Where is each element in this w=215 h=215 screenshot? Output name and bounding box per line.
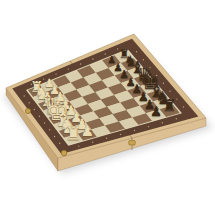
- border-coordinate-mark: [59, 143, 60, 144]
- piece-black-pawn[interactable]: ♟: [150, 105, 162, 119]
- border-coordinate-mark: [120, 134, 121, 135]
- hinge: [61, 150, 67, 156]
- border-coordinate-mark: [105, 53, 106, 54]
- border-coordinate-mark: [39, 116, 40, 117]
- border-coordinate-mark: [24, 95, 25, 96]
- chessboard: [0, 0, 215, 215]
- border-coordinate-mark: [80, 63, 81, 64]
- border-coordinate-mark: [162, 122, 163, 123]
- hinge-knob: [25, 108, 30, 113]
- border-coordinate-mark: [34, 109, 35, 110]
- border-coordinate-mark: [44, 122, 45, 123]
- piece-white-rook[interactable]: ♜: [65, 125, 82, 144]
- border-coordinate-mark: [49, 129, 50, 130]
- piece-white-pawn[interactable]: ♟: [81, 124, 94, 139]
- border-coordinate-mark: [92, 58, 93, 59]
- border-coordinate-mark: [78, 145, 79, 146]
- border-coordinate-mark: [54, 136, 55, 137]
- clasp: [129, 141, 135, 146]
- border-coordinate-mark: [134, 130, 135, 131]
- border-coordinate-mark: [68, 68, 69, 69]
- piece-black-rook[interactable]: ♜: [162, 98, 177, 115]
- border-coordinate-mark: [176, 118, 177, 119]
- border-coordinate-mark: [55, 73, 56, 74]
- border-coordinate-mark: [29, 102, 30, 103]
- border-coordinate-mark: [92, 142, 93, 143]
- border-coordinate-mark: [148, 126, 149, 127]
- chess-set-photo: ♜♟♞♟♝♟♛♟♟♚♜♟♟♝♞♟♟♞♝♟♟♜♛♟♟♚♟♝♟♞♟♜: [0, 0, 215, 215]
- border-coordinate-mark: [183, 106, 184, 107]
- border-coordinate-mark: [106, 138, 107, 139]
